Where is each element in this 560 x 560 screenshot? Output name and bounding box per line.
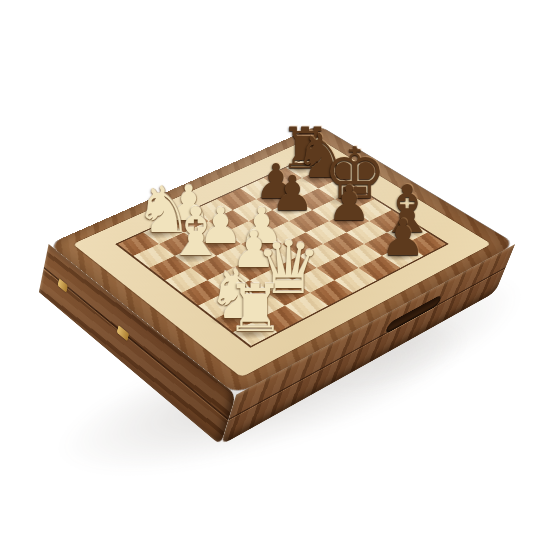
square-d1[interactable]: [165, 268, 207, 293]
square-h5[interactable]: [335, 268, 377, 293]
chess-piece-white-rook-h1[interactable]: ♜: [226, 277, 285, 343]
product-photo-scene: ♜♞♚♟♟♟♟♝♞♟♟♟♝♟♛♞♜: [0, 0, 560, 560]
chess-piece-black-pawn-e7[interactable]: ♟: [327, 180, 371, 229]
square-g6[interactable]: [341, 244, 382, 268]
brass-hinge: [117, 325, 129, 341]
brass-hinge: [58, 278, 68, 292]
chess-piece-black-pawn-h7[interactable]: ♟: [380, 213, 425, 263]
square-g5[interactable]: [317, 256, 359, 280]
